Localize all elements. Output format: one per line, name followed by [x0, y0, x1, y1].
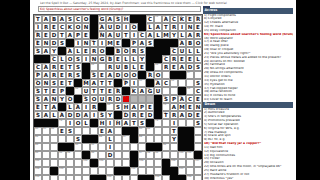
grid-cell[interactable]: 62S [82, 95, 90, 103]
grid-cell[interactable]: O [122, 71, 130, 79]
grid-cell[interactable]: S [74, 71, 82, 79]
grid-cell[interactable]: 24N [98, 31, 106, 39]
grid-cell[interactable]: A [42, 95, 50, 103]
grid-cell[interactable]: 17E [186, 15, 194, 23]
clue-item[interactable]: 30) Infectious "yes" [203, 177, 293, 180]
grid-cell[interactable] [162, 175, 170, 180]
grid-cell[interactable]: U [82, 87, 90, 95]
grid-cell[interactable]: I [106, 119, 114, 127]
grid-cell[interactable] [146, 167, 154, 175]
grid-cell[interactable] [186, 159, 194, 167]
grid-cell[interactable]: I [106, 143, 114, 151]
grid-cell[interactable]: 75T [162, 111, 170, 119]
grid-cell[interactable] [106, 159, 114, 167]
grid-cell[interactable]: 107 [194, 159, 202, 167]
grid-cell[interactable]: T [106, 79, 114, 87]
grid-cell[interactable]: L [122, 55, 130, 63]
grid-cell[interactable]: T [42, 103, 50, 111]
grid-cell[interactable]: 73S [98, 111, 106, 119]
grid-cell[interactable] [122, 151, 130, 159]
grid-cell[interactable] [66, 135, 74, 143]
grid-cell[interactable] [98, 143, 106, 151]
grid-cell[interactable] [50, 151, 58, 159]
grid-cell[interactable]: 4A [58, 15, 66, 23]
grid-cell[interactable]: 9A [106, 15, 114, 23]
grid-cell[interactable] [146, 95, 154, 103]
grid-cell[interactable]: O [98, 47, 106, 55]
grid-cell[interactable]: 115 [186, 175, 194, 180]
grid-cell[interactable] [154, 167, 162, 175]
grid-cell[interactable]: L [186, 47, 194, 55]
grid-cell[interactable]: R [90, 103, 98, 111]
grid-cell[interactable]: 59 [186, 87, 194, 95]
grid-cell[interactable]: 45S [90, 71, 98, 79]
grid-cell[interactable]: A [186, 31, 194, 39]
grid-cell[interactable]: U [178, 47, 186, 55]
grid-cell[interactable]: E [178, 55, 186, 63]
grid-cell[interactable]: U [154, 87, 162, 95]
grid-cell[interactable]: I [178, 23, 186, 31]
grid-cell[interactable]: S [50, 79, 58, 87]
grid-cell[interactable]: 16K [178, 15, 186, 23]
grid-cell[interactable]: D [106, 151, 114, 159]
grid-cell[interactable]: A [106, 71, 114, 79]
grid-cell[interactable]: 52A [154, 79, 162, 87]
grid-cell[interactable] [114, 151, 122, 159]
grid-cell[interactable] [130, 175, 138, 180]
grid-cell[interactable]: 13 [154, 15, 162, 23]
grid-cell[interactable]: N [82, 39, 90, 47]
grid-cell[interactable]: 90 [74, 143, 82, 151]
grid-cell[interactable]: O [90, 95, 98, 103]
grid-cell[interactable]: 11H [122, 15, 130, 23]
grid-cell[interactable] [138, 143, 146, 151]
grid-cell[interactable]: N [82, 23, 90, 31]
grid-cell[interactable] [114, 175, 122, 180]
grid-cell[interactable]: 42 [90, 63, 98, 71]
grid-cell[interactable] [42, 151, 50, 159]
grid-cell[interactable]: E [82, 31, 90, 39]
grid-cell[interactable]: 50P [122, 79, 130, 87]
grid-cell[interactable] [58, 159, 66, 167]
grid-cell[interactable]: R [90, 47, 98, 55]
grid-cell[interactable] [138, 167, 146, 175]
grid-cell[interactable]: 78H [114, 119, 122, 127]
grid-cell[interactable]: U [98, 95, 106, 103]
grid-cell[interactable]: I [122, 23, 130, 31]
grid-cell[interactable]: E [98, 71, 106, 79]
grid-cell[interactable] [66, 167, 74, 175]
grid-cell[interactable]: 46R [146, 71, 154, 79]
grid-cell[interactable] [50, 143, 58, 151]
grid-cell[interactable]: Y [170, 135, 178, 143]
grid-cell[interactable] [186, 167, 194, 175]
grid-cell[interactable]: 61O [66, 95, 74, 103]
grid-cell[interactable]: T [170, 127, 178, 135]
grid-cell[interactable] [122, 175, 130, 180]
grid-cell[interactable] [74, 167, 82, 175]
grid-cell[interactable]: O [130, 71, 138, 79]
grid-cell[interactable]: E [186, 103, 194, 111]
grid-cell[interactable]: 84 [146, 127, 154, 135]
grid-cell[interactable]: A [50, 103, 58, 111]
grid-cell[interactable]: 36C [50, 55, 58, 63]
grid-cell[interactable]: 30A [178, 39, 186, 47]
grid-cell[interactable]: Y [58, 95, 66, 103]
grid-cell[interactable]: 60S [34, 95, 42, 103]
grid-cell[interactable]: D [114, 23, 122, 31]
grid-cell[interactable]: 70 [162, 103, 170, 111]
grid-cell[interactable]: 55 [74, 87, 82, 95]
grid-cell[interactable] [42, 143, 50, 151]
grid-cell[interactable] [170, 151, 178, 159]
grid-cell[interactable] [74, 127, 82, 135]
grid-cell[interactable]: 69 [106, 103, 114, 111]
grid-cell[interactable]: T [122, 31, 130, 39]
grid-cell[interactable]: 89 [34, 143, 42, 151]
grid-cell[interactable]: Y [50, 47, 58, 55]
grid-cell[interactable]: 22L [146, 23, 154, 31]
grid-cell[interactable]: 39C [162, 55, 170, 63]
grid-cell[interactable] [90, 167, 98, 175]
grid-cell[interactable]: 41A [42, 63, 50, 71]
grid-cell[interactable]: R [66, 71, 74, 79]
grid-cell[interactable]: 101 [186, 151, 194, 159]
crossword-grid[interactable]: 1T2A3B4A5S6C7O8G9A10S11H12C1314A15C16K17… [33, 14, 203, 180]
grid-cell[interactable]: R [106, 95, 114, 103]
grid-cell[interactable]: 113 [106, 175, 114, 180]
grid-cell[interactable]: 64S [162, 95, 170, 103]
grid-cell[interactable] [114, 159, 122, 167]
grid-cell[interactable]: E [98, 127, 106, 135]
grid-cell[interactable]: 19I [34, 23, 42, 31]
grid-cell[interactable] [82, 175, 90, 180]
grid-cell[interactable]: 28T [90, 39, 98, 47]
grid-cell[interactable]: A [106, 31, 114, 39]
grid-cell[interactable] [186, 79, 194, 87]
grid-cell[interactable]: E [58, 127, 66, 135]
grid-cell[interactable] [170, 87, 178, 95]
grid-cell[interactable]: C [194, 87, 202, 95]
grid-cell[interactable]: R [170, 23, 178, 31]
grid-cell[interactable]: 72A [58, 111, 66, 119]
grid-cell[interactable]: 33B [114, 47, 122, 55]
grid-cell[interactable]: L [130, 63, 138, 71]
grid-cell[interactable]: 66E [34, 103, 42, 111]
grid-cell[interactable]: 80 [34, 127, 42, 135]
grid-cell[interactable] [162, 119, 170, 127]
grid-cell[interactable]: 20A [98, 23, 106, 31]
grid-cell[interactable]: 99 [154, 151, 162, 159]
grid-cell[interactable] [194, 143, 202, 151]
grid-cell[interactable]: A [90, 79, 98, 87]
grid-cell[interactable]: 77H [98, 119, 106, 127]
grid-cell[interactable]: 34O [122, 47, 130, 55]
grid-cell[interactable]: 95 [66, 151, 74, 159]
grid-cell[interactable]: M [178, 103, 186, 111]
grid-cell[interactable]: 53 [170, 79, 178, 87]
grid-cell[interactable]: 68A [74, 103, 82, 111]
grid-cell[interactable]: T [66, 63, 74, 71]
grid-cell[interactable]: D [114, 71, 122, 79]
grid-cell[interactable] [74, 151, 82, 159]
grid-cell[interactable]: E [170, 63, 178, 71]
grid-cell[interactable]: Y [138, 55, 146, 63]
grid-cell[interactable]: 14A [162, 15, 170, 23]
grid-cell[interactable]: S [74, 55, 82, 63]
grid-cell[interactable]: 37L [58, 55, 66, 63]
grid-cell[interactable]: 104 [98, 159, 106, 167]
grid-cell[interactable]: 100 [178, 151, 186, 159]
grid-cell[interactable]: E [50, 87, 58, 95]
grid-cell[interactable] [90, 127, 98, 135]
grid-cell[interactable] [130, 95, 138, 103]
grid-cell[interactable] [162, 127, 170, 135]
grid-cell[interactable]: S [74, 135, 82, 143]
grid-cell[interactable]: C [162, 79, 170, 87]
grid-cell[interactable]: A [170, 103, 178, 111]
grid-cell[interactable]: I [82, 55, 90, 63]
grid-cell[interactable]: 109 [58, 167, 66, 175]
grid-cell[interactable]: 82 [50, 127, 58, 135]
grid-cell[interactable]: L [194, 55, 202, 63]
grid-cell[interactable]: D [74, 111, 82, 119]
grid-cell[interactable]: 40C [34, 63, 42, 71]
grid-cell[interactable] [186, 119, 194, 127]
grid-cell[interactable] [146, 159, 154, 167]
grid-cell[interactable]: U [114, 31, 122, 39]
grid-cell[interactable]: T [58, 31, 66, 39]
grid-cell[interactable]: A [130, 103, 138, 111]
grid-cell[interactable]: N [194, 103, 202, 111]
grid-cell[interactable]: N [42, 79, 50, 87]
grid-cell[interactable]: 44P [34, 71, 42, 79]
grid-cell[interactable]: 2A [42, 15, 50, 23]
grid-cell[interactable]: 54S [34, 87, 42, 95]
grid-cell[interactable]: 76 [58, 119, 66, 127]
grid-cell[interactable]: O [74, 119, 82, 127]
grid-cell[interactable] [50, 159, 58, 167]
grid-cell[interactable]: T [130, 119, 138, 127]
grid-cell[interactable]: 6C [74, 15, 82, 23]
grid-cell[interactable]: A [42, 71, 50, 79]
grid-cell[interactable]: R [50, 63, 58, 71]
grid-cell[interactable]: R [170, 111, 178, 119]
grid-cell[interactable]: 110 [130, 167, 138, 175]
grid-cell[interactable]: O [66, 55, 74, 63]
grid-cell[interactable]: 12C [146, 15, 154, 23]
grid-cell[interactable]: E [42, 31, 50, 39]
grid-cell[interactable]: E [186, 55, 194, 63]
grid-cell[interactable]: E [58, 71, 66, 79]
grid-cell[interactable] [154, 135, 162, 143]
grid-cell[interactable]: P [170, 95, 178, 103]
grid-cell[interactable]: L [194, 47, 202, 55]
grid-cell[interactable]: S [138, 47, 146, 55]
grid-cell[interactable]: 57K [130, 87, 138, 95]
grid-cell[interactable]: 10S [114, 15, 122, 23]
grid-cell[interactable] [122, 143, 130, 151]
grid-cell[interactable] [162, 87, 170, 95]
grid-cell[interactable]: R [42, 23, 50, 31]
grid-cell[interactable]: A [178, 63, 186, 71]
grid-cell[interactable]: N [42, 39, 50, 47]
grid-cell[interactable]: A [66, 31, 74, 39]
grid-cell[interactable]: E [146, 103, 154, 111]
grid-cell[interactable] [98, 151, 106, 159]
grid-cell[interactable]: I [66, 119, 74, 127]
grid-cell[interactable]: E [58, 79, 66, 87]
grid-cell[interactable] [114, 135, 122, 143]
grid-cell[interactable]: S [66, 127, 74, 135]
grid-cell[interactable]: 87 [122, 135, 130, 143]
grid-cell[interactable]: D [186, 111, 194, 119]
grid-cell[interactable]: D [186, 63, 194, 71]
grid-cell[interactable]: R [194, 31, 202, 39]
grid-cell[interactable]: S [74, 63, 82, 71]
grid-cell[interactable]: 91 [90, 143, 98, 151]
grid-cell[interactable] [154, 127, 162, 135]
grid-cell[interactable] [162, 135, 170, 143]
grid-cell[interactable]: A [138, 87, 146, 95]
grid-cell[interactable]: B [186, 39, 194, 47]
grid-cell[interactable] [194, 167, 202, 175]
grid-cell[interactable]: L [130, 55, 138, 63]
grid-cell[interactable]: M [106, 39, 114, 47]
grid-cell[interactable] [122, 159, 130, 167]
grid-cell[interactable]: 63 [122, 95, 130, 103]
grid-cell[interactable]: 96 [90, 151, 98, 159]
grid-cell[interactable] [82, 127, 90, 135]
grid-cell[interactable]: 58G [146, 87, 154, 95]
grid-cell[interactable]: 74D [122, 111, 130, 119]
grid-cell[interactable]: E [82, 47, 90, 55]
grid-cell[interactable]: 103 [82, 159, 90, 167]
grid-cell[interactable]: R [162, 63, 170, 71]
grid-cell[interactable] [178, 119, 186, 127]
grid-cell[interactable]: R [130, 47, 138, 55]
grid-cell[interactable]: E [58, 63, 66, 71]
grid-cell[interactable] [98, 167, 106, 175]
grid-cell[interactable]: N [50, 95, 58, 103]
grid-cell[interactable]: I [130, 31, 138, 39]
grid-cell[interactable]: Y [170, 31, 178, 39]
grid-cell[interactable]: T [162, 23, 170, 31]
grid-cell[interactable] [74, 159, 82, 167]
grid-cell[interactable]: A [82, 111, 90, 119]
grid-cell[interactable]: 108 [34, 167, 42, 175]
grid-cell[interactable]: L [50, 111, 58, 119]
grid-cell[interactable]: 81 [42, 127, 50, 135]
grid-cell[interactable]: S [194, 119, 202, 127]
grid-cell[interactable]: 49M [82, 79, 90, 87]
grid-cell[interactable] [162, 151, 170, 159]
grid-cell[interactable]: 97 [138, 151, 146, 159]
grid-cell[interactable]: E [138, 111, 146, 119]
grid-cell[interactable]: 106 [170, 159, 178, 167]
grid-cell[interactable]: 3B [50, 15, 58, 23]
grid-cell[interactable]: N [186, 23, 194, 31]
grid-cell[interactable]: A [138, 39, 146, 47]
grid-cell[interactable]: P [138, 103, 146, 111]
grid-cell[interactable]: D [66, 111, 74, 119]
grid-cell[interactable]: 86 [98, 135, 106, 143]
grid-cell[interactable] [106, 167, 114, 175]
grid-cell[interactable]: E [114, 55, 122, 63]
grid-cell[interactable]: I [90, 111, 98, 119]
grid-cell[interactable]: D [114, 95, 122, 103]
grid-cell[interactable] [82, 143, 90, 151]
grid-cell[interactable]: S [194, 63, 202, 71]
grid-cell[interactable]: 56R [114, 87, 122, 95]
grid-cell[interactable]: R [50, 71, 58, 79]
grid-cell[interactable]: T [98, 79, 106, 87]
grid-cell[interactable]: R [170, 55, 178, 63]
grid-cell[interactable]: S [114, 103, 122, 111]
grid-cell[interactable]: 51 [138, 79, 146, 87]
grid-cell[interactable] [58, 135, 66, 143]
grid-cell[interactable]: I [130, 79, 138, 87]
grid-cell[interactable] [114, 143, 122, 151]
grid-cell[interactable] [74, 175, 82, 180]
grid-cell[interactable]: C [186, 95, 194, 103]
grid-cell[interactable]: 93 [34, 151, 42, 159]
grid-cell[interactable]: 111 [178, 167, 186, 175]
grid-cell[interactable]: 35C [170, 47, 178, 55]
grid-cell[interactable]: 85 [34, 135, 42, 143]
grid-cell[interactable]: I [82, 103, 90, 111]
grid-cell[interactable]: R [130, 111, 138, 119]
grid-cell[interactable]: 79 [154, 119, 162, 127]
grid-cell[interactable] [114, 127, 122, 135]
grid-cell[interactable]: 15C [170, 15, 178, 23]
grid-cell[interactable]: P [74, 31, 82, 39]
grid-cell[interactable]: A [146, 31, 154, 39]
grid-cell[interactable]: 38B [106, 55, 114, 63]
grid-cell[interactable]: 83 [138, 127, 146, 135]
grid-cell[interactable] [82, 167, 90, 175]
grid-cell[interactable] [138, 95, 146, 103]
grid-cell[interactable]: K [66, 23, 74, 31]
grid-cell[interactable]: 21O [130, 23, 138, 31]
grid-cell[interactable] [50, 135, 58, 143]
grid-cell[interactable] [42, 135, 50, 143]
grid-cell[interactable]: P [58, 87, 66, 95]
grid-cell[interactable]: 105 [138, 159, 146, 167]
grid-cell[interactable]: E [194, 111, 202, 119]
grid-cell[interactable]: A [178, 111, 186, 119]
grid-cell[interactable] [194, 127, 202, 135]
grid-cell[interactable]: 114 [154, 175, 162, 180]
grid-cell[interactable]: 102 [34, 159, 42, 167]
grid-cell[interactable]: 112 [34, 175, 42, 180]
grid-cell[interactable]: 27I [74, 39, 82, 47]
grid-cell[interactable]: 1T [34, 15, 42, 23]
grid-cell[interactable] [146, 135, 154, 143]
grid-cell[interactable]: 92 [162, 143, 170, 151]
grid-cell[interactable]: 98 [146, 151, 154, 159]
grid-cell[interactable]: N [90, 55, 98, 63]
grid-cell[interactable]: L [154, 31, 162, 39]
grid-cell[interactable]: 5S [66, 15, 74, 23]
grid-cell[interactable] [194, 175, 202, 180]
grid-cell[interactable] [194, 135, 202, 143]
grid-cell[interactable]: D [50, 39, 58, 47]
grid-cell[interactable] [66, 175, 74, 180]
grid-cell[interactable]: E [50, 23, 58, 31]
grid-cell[interactable] [178, 159, 186, 167]
grid-cell[interactable] [178, 79, 186, 87]
